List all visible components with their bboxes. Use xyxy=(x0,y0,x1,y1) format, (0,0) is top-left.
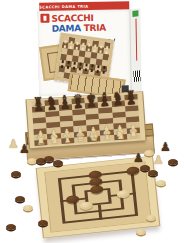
scattered-checker xyxy=(11,171,21,177)
chess-square-f1: ♝ xyxy=(100,135,114,141)
title-dama: DAMA xyxy=(52,23,81,34)
chess-piece: ♞ xyxy=(47,132,61,147)
chess-piece: ♝ xyxy=(60,131,74,146)
green-logo-icon xyxy=(132,10,138,17)
scattered-checker xyxy=(6,224,16,230)
chess-board: ♜♞♝♛♚♝♞♜♟♟♟♟♟♟♟♟♟♟♟♟♟♟♟♟♜♞♝♛♚♝♞♜ xyxy=(26,92,145,149)
chess-piece: ♛ xyxy=(74,131,88,146)
scattered-pawn: ♟ xyxy=(160,141,171,153)
box-artwork xyxy=(40,34,129,94)
box-spine xyxy=(129,8,141,94)
artwork-light-pieces xyxy=(62,39,111,55)
product-photo: SCACCHI DAMA TRIA SCACCHI DAMA TRIA xyxy=(0,0,184,243)
chess-square-b1: ♞ xyxy=(48,139,62,145)
chess-piece: ♝ xyxy=(100,129,114,144)
chess-square-a1: ♜ xyxy=(34,139,48,145)
chess-board-wrap: ♜♞♝♛♚♝♞♜♟♟♟♟♟♟♟♟♟♟♟♟♟♟♟♟♜♞♝♛♚♝♞♜ xyxy=(26,92,145,149)
scattered-checker xyxy=(156,180,166,186)
scattered-checker xyxy=(148,170,158,176)
chess-square-h1: ♜ xyxy=(127,133,141,139)
box-title-line2: DAMA TRIA xyxy=(52,23,106,34)
scattered-checker xyxy=(146,215,156,221)
scattered-checker xyxy=(38,220,48,226)
scattered-pawn: ♟ xyxy=(19,143,30,155)
chess-piece: ♜ xyxy=(126,127,140,142)
title-tria: TRIA xyxy=(84,23,106,33)
chess-square-c1: ♝ xyxy=(61,138,75,144)
chess-piece: ♞ xyxy=(113,128,127,143)
chess-square-g1: ♞ xyxy=(114,134,128,140)
scattered-pawn: ♟ xyxy=(8,138,19,150)
morris-stone-g7 xyxy=(126,166,140,175)
chess-piece: ♜ xyxy=(34,133,48,148)
scattered-pawn: ♟ xyxy=(153,154,164,166)
scattered-checker xyxy=(15,196,25,202)
brand-logo xyxy=(40,14,49,23)
barcode xyxy=(133,70,140,82)
chess-piece: ♚ xyxy=(87,130,101,145)
box-top-edge-text: SCACCHI DAMA TRIA xyxy=(39,4,88,9)
chess-square-e1: ♚ xyxy=(87,136,101,142)
product-box: SCACCHI DAMA TRIA SCACCHI DAMA TRIA xyxy=(37,1,141,96)
scattered-pawn: ♟ xyxy=(133,152,144,164)
brand-logo-mark-icon xyxy=(43,16,46,21)
spine-divider xyxy=(135,19,137,61)
scattered-checker xyxy=(23,205,33,211)
chess-square-d1: ♛ xyxy=(74,137,88,143)
box-title: SCACCHI DAMA TRIA xyxy=(51,13,106,34)
scattered-checker xyxy=(136,229,146,235)
artwork-dark-pieces xyxy=(59,59,108,75)
scattered-checker xyxy=(53,160,63,166)
scattered-checker xyxy=(168,159,178,165)
box-front-face: SCACCHI DAMA TRIA xyxy=(37,9,130,96)
